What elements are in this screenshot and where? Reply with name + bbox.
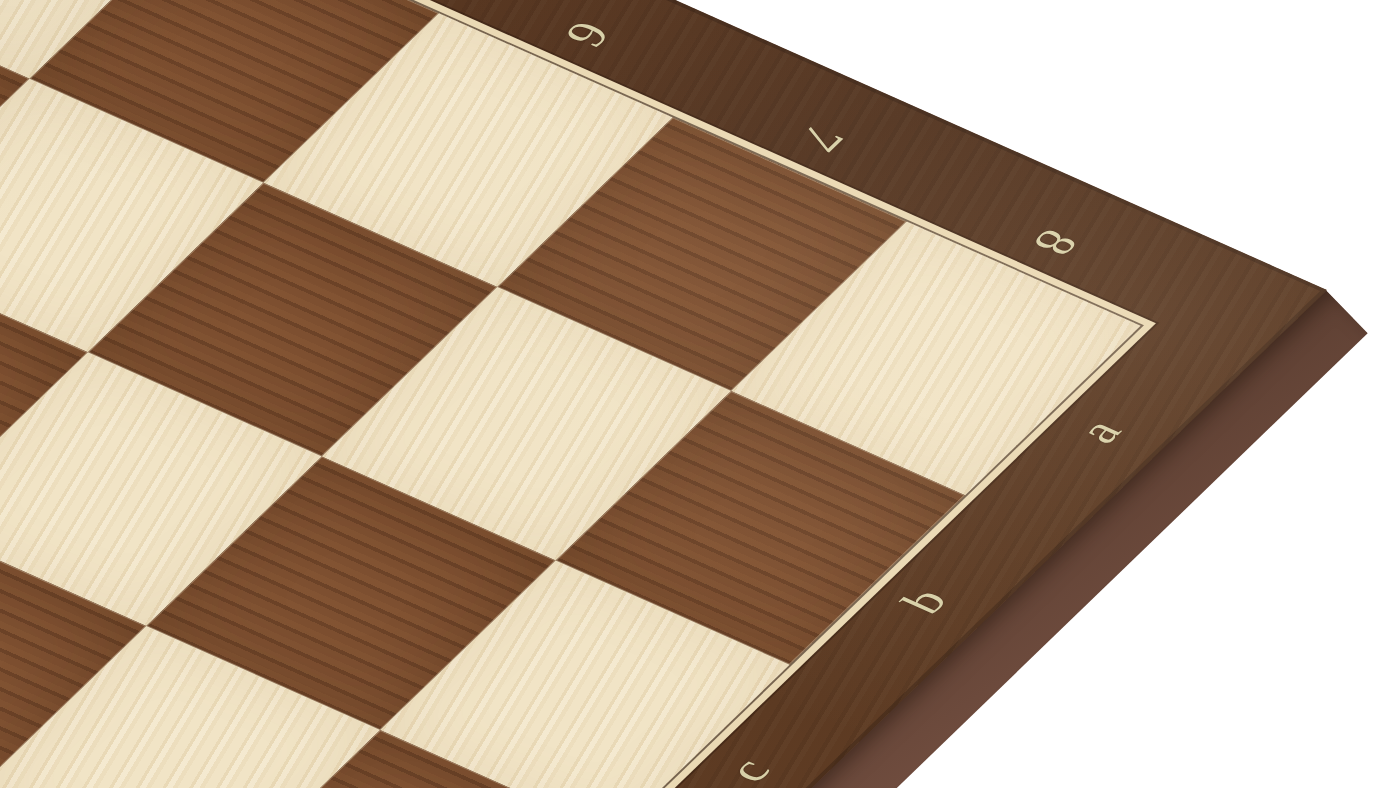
rank-label-6: 6 — [556, 15, 620, 53]
photo-background: 12345678 abcdefgh — [0, 0, 1400, 788]
file-label-c: c — [717, 752, 779, 788]
rank-label-7: 7 — [790, 119, 854, 157]
rank-label-8: 8 — [1024, 223, 1088, 261]
file-label-b: b — [891, 582, 955, 620]
file-label-a: a — [1068, 413, 1130, 449]
chess-board: 12345678 abcdefgh — [0, 0, 1327, 788]
